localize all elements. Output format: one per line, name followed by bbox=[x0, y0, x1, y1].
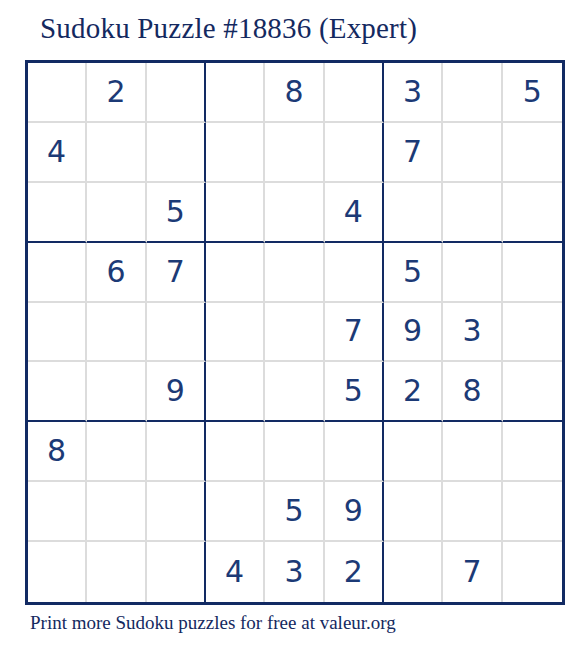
cell-r3c7 bbox=[384, 183, 443, 243]
cell-r4c9 bbox=[503, 243, 562, 303]
cell-r9c7 bbox=[384, 542, 443, 602]
cell-r5c8: 3 bbox=[443, 303, 502, 363]
cell-r5c9 bbox=[503, 303, 562, 363]
page-title: Sudoku Puzzle #18836 (Expert) bbox=[40, 12, 417, 45]
cell-r1c2: 2 bbox=[87, 63, 146, 123]
cell-r9c5: 3 bbox=[265, 542, 324, 602]
cell-r5c1 bbox=[28, 303, 87, 363]
cell-r8c5: 5 bbox=[265, 482, 324, 542]
cell-r6c1 bbox=[28, 362, 87, 422]
cell-r8c7 bbox=[384, 482, 443, 542]
cell-r5c5 bbox=[265, 303, 324, 363]
cell-r6c2 bbox=[87, 362, 146, 422]
cell-r3c6: 4 bbox=[325, 183, 384, 243]
cell-r8c9 bbox=[503, 482, 562, 542]
cell-r4c3: 7 bbox=[147, 243, 206, 303]
cell-r7c3 bbox=[147, 422, 206, 482]
cell-r7c4 bbox=[206, 422, 265, 482]
cell-r9c4: 4 bbox=[206, 542, 265, 602]
cell-r1c6 bbox=[325, 63, 384, 123]
cell-r1c3 bbox=[147, 63, 206, 123]
cell-r2c1: 4 bbox=[28, 123, 87, 183]
cell-r3c2 bbox=[87, 183, 146, 243]
cell-r2c9 bbox=[503, 123, 562, 183]
cell-r5c7: 9 bbox=[384, 303, 443, 363]
cell-r9c3 bbox=[147, 542, 206, 602]
cell-r8c4 bbox=[206, 482, 265, 542]
cell-r2c8 bbox=[443, 123, 502, 183]
cell-r1c9: 5 bbox=[503, 63, 562, 123]
cell-r7c6 bbox=[325, 422, 384, 482]
cell-r5c6: 7 bbox=[325, 303, 384, 363]
cell-r9c2 bbox=[87, 542, 146, 602]
cell-r8c8 bbox=[443, 482, 502, 542]
cell-r2c5 bbox=[265, 123, 324, 183]
cell-r5c3 bbox=[147, 303, 206, 363]
cell-r4c1 bbox=[28, 243, 87, 303]
cell-r6c8: 8 bbox=[443, 362, 502, 422]
cell-r2c6 bbox=[325, 123, 384, 183]
cell-r8c2 bbox=[87, 482, 146, 542]
cell-r1c5: 8 bbox=[265, 63, 324, 123]
cell-r3c5 bbox=[265, 183, 324, 243]
cell-r4c4 bbox=[206, 243, 265, 303]
cell-r3c1 bbox=[28, 183, 87, 243]
cell-r6c7: 2 bbox=[384, 362, 443, 422]
cell-r2c7: 7 bbox=[384, 123, 443, 183]
cell-r4c8 bbox=[443, 243, 502, 303]
cell-r1c1 bbox=[28, 63, 87, 123]
cell-r3c8 bbox=[443, 183, 502, 243]
cell-r1c7: 3 bbox=[384, 63, 443, 123]
cell-r3c3: 5 bbox=[147, 183, 206, 243]
cell-r8c6: 9 bbox=[325, 482, 384, 542]
cell-r7c8 bbox=[443, 422, 502, 482]
cell-r6c4 bbox=[206, 362, 265, 422]
cell-r5c4 bbox=[206, 303, 265, 363]
cell-r9c1 bbox=[28, 542, 87, 602]
cell-r8c1 bbox=[28, 482, 87, 542]
cell-r7c9 bbox=[503, 422, 562, 482]
cell-r9c6: 2 bbox=[325, 542, 384, 602]
cell-r4c2: 6 bbox=[87, 243, 146, 303]
cell-r1c8 bbox=[443, 63, 502, 123]
cell-r7c7 bbox=[384, 422, 443, 482]
sudoku-grid: 2835475467579395288594327 bbox=[25, 60, 565, 605]
cell-r8c3 bbox=[147, 482, 206, 542]
cell-r3c4 bbox=[206, 183, 265, 243]
cell-r4c6 bbox=[325, 243, 384, 303]
cell-r6c5 bbox=[265, 362, 324, 422]
cell-r7c5 bbox=[265, 422, 324, 482]
cell-r2c2 bbox=[87, 123, 146, 183]
cell-r4c5 bbox=[265, 243, 324, 303]
cell-r2c3 bbox=[147, 123, 206, 183]
cell-r6c3: 9 bbox=[147, 362, 206, 422]
cell-r4c7: 5 bbox=[384, 243, 443, 303]
cell-r5c2 bbox=[87, 303, 146, 363]
cell-r6c6: 5 bbox=[325, 362, 384, 422]
sudoku-page: Sudoku Puzzle #18836 (Expert) 2835475467… bbox=[0, 0, 580, 651]
cell-r7c1: 8 bbox=[28, 422, 87, 482]
cell-r2c4 bbox=[206, 123, 265, 183]
cell-r6c9 bbox=[503, 362, 562, 422]
cell-r9c9 bbox=[503, 542, 562, 602]
cell-r7c2 bbox=[87, 422, 146, 482]
cell-r1c4 bbox=[206, 63, 265, 123]
cell-r9c8: 7 bbox=[443, 542, 502, 602]
footer-text: Print more Sudoku puzzles for free at va… bbox=[30, 612, 396, 634]
cell-r3c9 bbox=[503, 183, 562, 243]
